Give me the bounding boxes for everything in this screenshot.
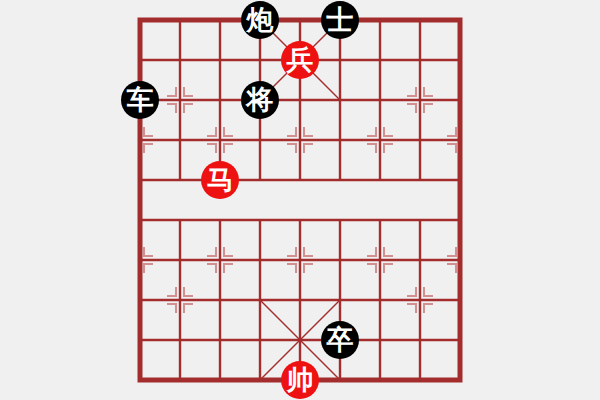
black-advisor-glyph: 士 <box>321 1 359 39</box>
xiangqi-board[interactable]: 炮士兵车将马卒帅 <box>120 0 480 400</box>
black-soldier-glyph: 卒 <box>321 321 359 359</box>
piece-red-general[interactable]: 帅 <box>280 360 320 400</box>
black-general-glyph: 将 <box>241 81 279 119</box>
xiangqi-screenshot: 炮士兵车将马卒帅 <box>0 0 600 400</box>
piece-red-soldier[interactable]: 兵 <box>280 40 320 80</box>
red-soldier-glyph: 兵 <box>281 41 319 79</box>
red-general-glyph: 帅 <box>281 361 319 399</box>
black-chariot-glyph: 车 <box>121 81 159 119</box>
piece-black-advisor[interactable]: 士 <box>320 0 360 40</box>
piece-black-soldier[interactable]: 卒 <box>320 320 360 360</box>
piece-black-general[interactable]: 将 <box>240 80 280 120</box>
piece-red-horse[interactable]: 马 <box>200 160 240 200</box>
piece-black-cannon[interactable]: 炮 <box>240 0 280 40</box>
piece-black-chariot[interactable]: 车 <box>120 80 160 120</box>
red-horse-glyph: 马 <box>201 161 239 199</box>
black-cannon-glyph: 炮 <box>241 1 279 39</box>
